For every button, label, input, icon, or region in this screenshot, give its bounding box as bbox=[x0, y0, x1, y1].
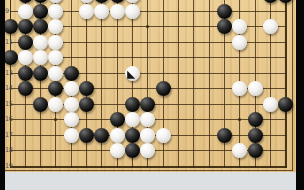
stone-black-c6-r17 bbox=[79, 128, 94, 143]
stone-white-c2-r9 bbox=[18, 4, 33, 19]
stone-black-c7-r17 bbox=[94, 128, 109, 143]
stone-black-c10-r15 bbox=[140, 97, 155, 112]
row-label-19: 19 bbox=[5, 163, 12, 170]
stone-black-c2-r8 bbox=[18, 0, 33, 3]
stone-white-c8-r17 bbox=[110, 128, 125, 143]
stone-white-c6-r8 bbox=[79, 0, 94, 3]
stone-white-c9-r8 bbox=[125, 0, 140, 3]
stone-black-c2-r14 bbox=[18, 81, 33, 96]
stone-black-c8-r8 bbox=[110, 0, 125, 3]
stone-black-c17-r18 bbox=[248, 143, 263, 158]
stone-white-c3-r11 bbox=[33, 35, 48, 50]
stone-black-c7-r8 bbox=[94, 0, 109, 3]
stone-black-c2-r11 bbox=[18, 35, 33, 50]
go-app-screenshot: 910111213141516171819 bbox=[0, 0, 304, 190]
stone-white-c8-r18 bbox=[110, 143, 125, 158]
stone-black-c3-r9 bbox=[33, 4, 48, 19]
stone-black-c6-r15 bbox=[79, 97, 94, 112]
row-label-15: 15 bbox=[5, 101, 12, 108]
stone-black-c15-r9 bbox=[217, 4, 232, 19]
stone-white-c5-r17 bbox=[64, 128, 79, 143]
stone-white-c16-r14 bbox=[232, 81, 247, 96]
stone-black-c11-r14 bbox=[156, 81, 171, 96]
stone-white-c4-r15 bbox=[48, 97, 63, 112]
stone-white-c10-r17 bbox=[140, 128, 155, 143]
stone-white-c10-r16 bbox=[140, 112, 155, 127]
stone-white-c4-r10 bbox=[48, 19, 63, 34]
stone-black-c2-r13 bbox=[18, 66, 33, 81]
stone-black-c5-r13 bbox=[64, 66, 79, 81]
row-label-18: 18 bbox=[5, 147, 12, 154]
stone-white-c4-r12 bbox=[48, 50, 63, 65]
stone-black-c6-r14 bbox=[79, 81, 94, 96]
stone-white-c4-r8 bbox=[48, 0, 63, 3]
board-outer-edge-right bbox=[292, 0, 293, 171]
grid-line-horizontal bbox=[10, 166, 287, 168]
stone-black-c15-r17 bbox=[217, 128, 232, 143]
stone-white-c4-r9 bbox=[48, 4, 63, 19]
stone-white-c8-r9 bbox=[110, 4, 125, 19]
stone-black-c9-r18 bbox=[125, 143, 140, 158]
stone-white-c18-r15 bbox=[263, 97, 278, 112]
stone-black-c3-r8 bbox=[33, 0, 48, 3]
stone-black-c17-r17 bbox=[248, 128, 263, 143]
stone-white-c2-r12 bbox=[18, 50, 33, 65]
stone-black-c4-r14 bbox=[48, 81, 63, 96]
board-lower-margin bbox=[5, 172, 296, 190]
row-label-9: 9 bbox=[5, 8, 9, 15]
stone-white-c5-r14 bbox=[64, 81, 79, 96]
stone-white-c3-r12 bbox=[33, 50, 48, 65]
stone-white-c18-r10 bbox=[263, 19, 278, 34]
board-outer-edge-bottom bbox=[5, 170, 293, 171]
row-label-14: 14 bbox=[5, 85, 12, 92]
row-label-11: 11 bbox=[5, 39, 12, 46]
stone-black-c9-r15 bbox=[125, 97, 140, 112]
stone-white-c16-r18 bbox=[232, 143, 247, 158]
row-label-16: 16 bbox=[5, 116, 12, 123]
stone-white-c9-r16 bbox=[125, 112, 140, 127]
stone-black-c3-r13 bbox=[33, 66, 48, 81]
stone-black-c18-r8 bbox=[263, 0, 278, 3]
row-label-17: 17 bbox=[5, 132, 12, 139]
stone-white-c5-r15 bbox=[64, 97, 79, 112]
left-letterbox-bar bbox=[0, 0, 5, 190]
stone-white-c5-r16 bbox=[64, 112, 79, 127]
stone-white-c17-r14 bbox=[248, 81, 263, 96]
stone-black-c3-r10 bbox=[33, 19, 48, 34]
stone-black-c2-r10 bbox=[18, 19, 33, 34]
stone-black-c3-r15 bbox=[33, 97, 48, 112]
stone-black-c17-r16 bbox=[248, 112, 263, 127]
stone-white-c9-r13 bbox=[125, 66, 140, 81]
stone-white-c16-r10 bbox=[232, 19, 247, 34]
stone-white-c10-r18 bbox=[140, 143, 155, 158]
right-letterbox-bar bbox=[296, 0, 304, 190]
stone-white-c4-r11 bbox=[48, 35, 63, 50]
stone-white-c4-r13 bbox=[48, 66, 63, 81]
last-move-marker bbox=[127, 71, 135, 79]
stone-black-c15-r10 bbox=[217, 19, 232, 34]
stone-white-c9-r9 bbox=[125, 4, 140, 19]
go-board[interactable]: 910111213141516171819 bbox=[5, 0, 296, 172]
stone-white-c6-r9 bbox=[79, 4, 94, 19]
stone-black-c9-r17 bbox=[125, 128, 140, 143]
stone-black-c8-r16 bbox=[110, 112, 125, 127]
stone-white-c7-r9 bbox=[94, 4, 109, 19]
stone-white-c16-r11 bbox=[232, 35, 247, 50]
stone-white-c11-r17 bbox=[156, 128, 171, 143]
row-label-13: 13 bbox=[5, 70, 12, 77]
